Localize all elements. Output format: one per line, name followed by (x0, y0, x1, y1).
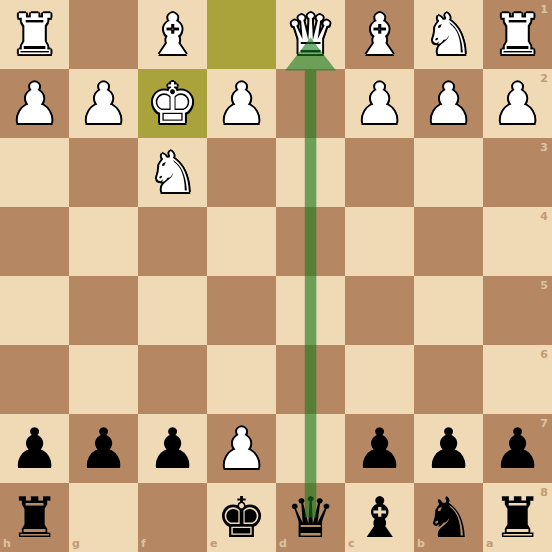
black-king[interactable]: ♚ (207, 483, 276, 552)
square-f1[interactable]: ♝ (138, 0, 207, 69)
coord-rank-5: 5 (540, 279, 548, 292)
square-g1[interactable] (69, 0, 138, 69)
chess-board: ♜♝♛♝♞♜1♟♟♚♟♟♟♟2♞3456♟♟♟♟♟♟♟7♜hgf♚e♛d♝c♞b… (0, 0, 552, 552)
square-c8[interactable]: ♝c (345, 483, 414, 552)
square-c7[interactable]: ♟ (345, 414, 414, 483)
square-h8[interactable]: ♜h (0, 483, 69, 552)
white-knight[interactable]: ♞ (414, 0, 483, 69)
square-b7[interactable]: ♟ (414, 414, 483, 483)
board-squares: ♜♝♛♝♞♜1♟♟♚♟♟♟♟2♞3456♟♟♟♟♟♟♟7♜hgf♚e♛d♝c♞b… (0, 0, 552, 552)
square-h4[interactable] (0, 207, 69, 276)
black-queen[interactable]: ♛ (276, 483, 345, 552)
square-a4[interactable]: 4 (483, 207, 552, 276)
black-bishop[interactable]: ♝ (345, 483, 414, 552)
square-d6[interactable] (276, 345, 345, 414)
square-h2[interactable]: ♟ (0, 69, 69, 138)
square-b3[interactable] (414, 138, 483, 207)
square-c2[interactable]: ♟ (345, 69, 414, 138)
black-rook[interactable]: ♜ (483, 483, 552, 552)
white-pawn[interactable]: ♟ (207, 69, 276, 138)
black-knight[interactable]: ♞ (414, 483, 483, 552)
square-f5[interactable] (138, 276, 207, 345)
square-d8[interactable]: ♛d (276, 483, 345, 552)
square-f2[interactable]: ♚ (138, 69, 207, 138)
coord-file-g: g (72, 537, 80, 550)
white-pawn[interactable]: ♟ (345, 69, 414, 138)
white-rook[interactable]: ♜ (0, 0, 69, 69)
square-h6[interactable] (0, 345, 69, 414)
coord-rank-3: 3 (540, 141, 548, 154)
square-f4[interactable] (138, 207, 207, 276)
square-c6[interactable] (345, 345, 414, 414)
square-a8[interactable]: ♜a8 (483, 483, 552, 552)
square-b1[interactable]: ♞ (414, 0, 483, 69)
white-pawn[interactable]: ♟ (207, 414, 276, 483)
square-d5[interactable] (276, 276, 345, 345)
square-g6[interactable] (69, 345, 138, 414)
square-c4[interactable] (345, 207, 414, 276)
square-a1[interactable]: ♜1 (483, 0, 552, 69)
square-a2[interactable]: ♟2 (483, 69, 552, 138)
square-h1[interactable]: ♜ (0, 0, 69, 69)
square-g5[interactable] (69, 276, 138, 345)
square-e3[interactable] (207, 138, 276, 207)
square-h5[interactable] (0, 276, 69, 345)
square-g3[interactable] (69, 138, 138, 207)
white-bishop[interactable]: ♝ (345, 0, 414, 69)
black-pawn[interactable]: ♟ (414, 414, 483, 483)
white-rook[interactable]: ♜ (483, 0, 552, 69)
square-d3[interactable] (276, 138, 345, 207)
white-pawn[interactable]: ♟ (0, 69, 69, 138)
black-pawn[interactable]: ♟ (483, 414, 552, 483)
coord-file-f: f (141, 537, 146, 550)
square-b2[interactable]: ♟ (414, 69, 483, 138)
square-f8[interactable]: f (138, 483, 207, 552)
square-c1[interactable]: ♝ (345, 0, 414, 69)
square-e1[interactable] (207, 0, 276, 69)
square-g8[interactable]: g (69, 483, 138, 552)
white-queen[interactable]: ♛ (276, 0, 345, 69)
white-pawn[interactable]: ♟ (483, 69, 552, 138)
white-knight[interactable]: ♞ (138, 138, 207, 207)
square-g7[interactable]: ♟ (69, 414, 138, 483)
square-b5[interactable] (414, 276, 483, 345)
white-pawn[interactable]: ♟ (69, 69, 138, 138)
square-h7[interactable]: ♟ (0, 414, 69, 483)
white-bishop[interactable]: ♝ (138, 0, 207, 69)
square-a6[interactable]: 6 (483, 345, 552, 414)
square-d7[interactable] (276, 414, 345, 483)
square-g2[interactable]: ♟ (69, 69, 138, 138)
square-e2[interactable]: ♟ (207, 69, 276, 138)
square-f3[interactable]: ♞ (138, 138, 207, 207)
square-d4[interactable] (276, 207, 345, 276)
square-e6[interactable] (207, 345, 276, 414)
square-b6[interactable] (414, 345, 483, 414)
square-h3[interactable] (0, 138, 69, 207)
square-d2[interactable] (276, 69, 345, 138)
white-pawn[interactable]: ♟ (414, 69, 483, 138)
black-rook[interactable]: ♜ (0, 483, 69, 552)
square-d1[interactable]: ♛ (276, 0, 345, 69)
square-b4[interactable] (414, 207, 483, 276)
square-e7[interactable]: ♟ (207, 414, 276, 483)
square-b8[interactable]: ♞b (414, 483, 483, 552)
black-pawn[interactable]: ♟ (0, 414, 69, 483)
square-a3[interactable]: 3 (483, 138, 552, 207)
square-e8[interactable]: ♚e (207, 483, 276, 552)
square-e5[interactable] (207, 276, 276, 345)
black-pawn[interactable]: ♟ (138, 414, 207, 483)
coord-rank-6: 6 (540, 348, 548, 361)
square-e4[interactable] (207, 207, 276, 276)
white-king[interactable]: ♚ (138, 69, 207, 138)
black-pawn[interactable]: ♟ (345, 414, 414, 483)
square-c5[interactable] (345, 276, 414, 345)
coord-rank-4: 4 (540, 210, 548, 223)
square-a5[interactable]: 5 (483, 276, 552, 345)
square-a7[interactable]: ♟7 (483, 414, 552, 483)
square-c3[interactable] (345, 138, 414, 207)
square-g4[interactable] (69, 207, 138, 276)
black-pawn[interactable]: ♟ (69, 414, 138, 483)
square-f7[interactable]: ♟ (138, 414, 207, 483)
square-f6[interactable] (138, 345, 207, 414)
